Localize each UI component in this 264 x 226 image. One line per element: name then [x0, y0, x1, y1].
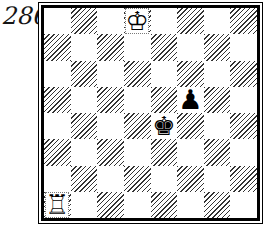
square-h4[interactable]	[230, 113, 257, 139]
square-h6[interactable]	[230, 61, 257, 87]
black-pawn-f5[interactable]: ♟	[178, 87, 202, 113]
square-f1[interactable]	[177, 192, 204, 218]
square-e4[interactable]: ♚	[151, 113, 178, 139]
square-f7[interactable]	[177, 34, 204, 60]
square-f4[interactable]	[177, 113, 204, 139]
square-g8[interactable]	[204, 8, 231, 34]
chess-board: ♔♟♚♖	[41, 5, 260, 221]
square-b5[interactable]	[71, 87, 98, 113]
square-c7[interactable]	[97, 34, 124, 60]
square-b3[interactable]	[71, 139, 98, 165]
square-e7[interactable]	[151, 34, 178, 60]
square-g6[interactable]	[204, 61, 231, 87]
square-a2[interactable]	[44, 166, 71, 192]
square-h5[interactable]	[230, 87, 257, 113]
square-g5[interactable]	[204, 87, 231, 113]
square-f5[interactable]: ♟	[177, 87, 204, 113]
square-a8[interactable]	[44, 8, 71, 34]
square-a6[interactable]	[44, 61, 71, 87]
chess-diagram-page: 286 ♔♟♚♖	[0, 0, 264, 226]
square-h1[interactable]	[230, 192, 257, 218]
square-a3[interactable]	[44, 139, 71, 165]
square-b2[interactable]	[71, 166, 98, 192]
square-b4[interactable]	[71, 113, 98, 139]
chess-board-frame: ♔♟♚♖	[38, 2, 263, 224]
square-e6[interactable]	[151, 61, 178, 87]
square-c3[interactable]	[97, 139, 124, 165]
square-f2[interactable]	[177, 166, 204, 192]
square-c6[interactable]	[97, 61, 124, 87]
square-d6[interactable]	[124, 61, 151, 87]
square-e3[interactable]	[151, 139, 178, 165]
square-e2[interactable]	[151, 166, 178, 192]
square-h3[interactable]	[230, 139, 257, 165]
square-d8[interactable]: ♔	[124, 8, 151, 34]
square-b1[interactable]	[71, 192, 98, 218]
square-g3[interactable]	[204, 139, 231, 165]
square-d4[interactable]	[124, 113, 151, 139]
square-d7[interactable]	[124, 34, 151, 60]
square-e8[interactable]	[151, 8, 178, 34]
square-c4[interactable]	[97, 113, 124, 139]
square-d2[interactable]	[124, 166, 151, 192]
square-a7[interactable]	[44, 34, 71, 60]
square-a1[interactable]: ♖	[44, 192, 71, 218]
square-c5[interactable]	[97, 87, 124, 113]
square-g1[interactable]	[204, 192, 231, 218]
square-a5[interactable]	[44, 87, 71, 113]
square-c2[interactable]	[97, 166, 124, 192]
square-b8[interactable]	[71, 8, 98, 34]
square-e5[interactable]	[151, 87, 178, 113]
square-e1[interactable]	[151, 192, 178, 218]
black-king-e4[interactable]: ♚	[152, 113, 175, 139]
white-king-d8[interactable]: ♔	[125, 8, 149, 34]
white-rook-a1[interactable]: ♖	[45, 192, 69, 218]
square-h7[interactable]	[230, 34, 257, 60]
square-b6[interactable]	[71, 61, 98, 87]
square-g7[interactable]	[204, 34, 231, 60]
square-c1[interactable]	[97, 192, 124, 218]
square-d3[interactable]	[124, 139, 151, 165]
square-g4[interactable]	[204, 113, 231, 139]
square-d1[interactable]	[124, 192, 151, 218]
square-b7[interactable]	[71, 34, 98, 60]
square-g2[interactable]	[204, 166, 231, 192]
square-h8[interactable]	[230, 8, 257, 34]
square-a4[interactable]	[44, 113, 71, 139]
square-d5[interactable]	[124, 87, 151, 113]
square-f3[interactable]	[177, 139, 204, 165]
square-f8[interactable]	[177, 8, 204, 34]
square-f6[interactable]	[177, 61, 204, 87]
square-h2[interactable]	[230, 166, 257, 192]
square-c8[interactable]	[97, 8, 124, 34]
